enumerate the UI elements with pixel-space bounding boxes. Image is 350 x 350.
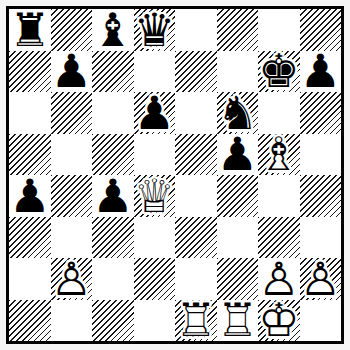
chess-board: ♜♜♝♝♛♛♟♟♚♚♟♟♟♟♞♞♟♟♝♗♟♟♟♟♛♕♟♙♟♙♟♙♜♖♜♖♚♔	[9, 9, 341, 341]
square-h1[interactable]	[300, 300, 342, 342]
square-f4[interactable]	[217, 175, 259, 217]
square-e6[interactable]	[175, 92, 217, 134]
black-rook-icon: ♜	[9, 9, 51, 51]
black-rook-halo: ♜	[9, 9, 51, 51]
square-g4[interactable]	[258, 175, 300, 217]
square-c8[interactable]: ♝♝	[92, 9, 134, 51]
square-e7[interactable]	[175, 51, 217, 93]
square-a8[interactable]: ♜♜	[9, 9, 51, 51]
square-b2[interactable]: ♟♙	[51, 258, 93, 300]
black-pawn-icon: ♟	[92, 175, 134, 217]
black-pawn-icon: ♟	[134, 92, 176, 134]
square-c4[interactable]: ♟♟	[92, 175, 134, 217]
black-knight-halo: ♞	[217, 92, 259, 134]
square-e4[interactable]	[175, 175, 217, 217]
square-g2[interactable]: ♟♙	[258, 258, 300, 300]
black-pawn-halo: ♟	[9, 175, 51, 217]
black-pawn-icon: ♟	[9, 175, 51, 217]
square-d6[interactable]: ♟♟	[134, 92, 176, 134]
square-c3[interactable]	[92, 217, 134, 259]
square-d3[interactable]	[134, 217, 176, 259]
white-king-icon: ♔	[258, 300, 300, 342]
square-a6[interactable]	[9, 92, 51, 134]
chess-board-frame: ♜♜♝♝♛♛♟♟♚♚♟♟♟♟♞♞♟♟♝♗♟♟♟♟♛♕♟♙♟♙♟♙♜♖♜♖♚♔	[6, 6, 344, 344]
white-rook-icon: ♖	[217, 300, 259, 342]
square-h7[interactable]: ♟♟	[300, 51, 342, 93]
square-b5[interactable]	[51, 134, 93, 176]
black-bishop-halo: ♝	[92, 9, 134, 51]
square-d1[interactable]	[134, 300, 176, 342]
white-pawn-icon: ♙	[300, 258, 342, 300]
black-pawn-halo: ♟	[134, 92, 176, 134]
square-h2[interactable]: ♟♙	[300, 258, 342, 300]
square-b4[interactable]	[51, 175, 93, 217]
white-rook-halo: ♜	[217, 300, 259, 342]
square-h5[interactable]	[300, 134, 342, 176]
square-c6[interactable]	[92, 92, 134, 134]
square-a5[interactable]	[9, 134, 51, 176]
black-pawn-halo: ♟	[51, 51, 93, 93]
black-pawn-icon: ♟	[300, 51, 342, 93]
black-knight-icon: ♞	[217, 92, 259, 134]
white-pawn-icon: ♙	[258, 258, 300, 300]
white-pawn-icon: ♙	[51, 258, 93, 300]
square-c1[interactable]	[92, 300, 134, 342]
square-a1[interactable]	[9, 300, 51, 342]
black-pawn-icon: ♟	[217, 134, 259, 176]
square-e2[interactable]	[175, 258, 217, 300]
square-e3[interactable]	[175, 217, 217, 259]
black-pawn-halo: ♟	[217, 134, 259, 176]
black-pawn-halo: ♟	[300, 51, 342, 93]
square-f7[interactable]	[217, 51, 259, 93]
square-c5[interactable]	[92, 134, 134, 176]
black-king-icon: ♚	[258, 51, 300, 93]
square-g7[interactable]: ♚♚	[258, 51, 300, 93]
square-f2[interactable]	[217, 258, 259, 300]
square-c2[interactable]	[92, 258, 134, 300]
square-f8[interactable]	[217, 9, 259, 51]
square-g1[interactable]: ♚♔	[258, 300, 300, 342]
square-f1[interactable]: ♜♖	[217, 300, 259, 342]
square-d2[interactable]	[134, 258, 176, 300]
square-g6[interactable]	[258, 92, 300, 134]
square-g8[interactable]	[258, 9, 300, 51]
square-a3[interactable]	[9, 217, 51, 259]
square-d8[interactable]: ♛♛	[134, 9, 176, 51]
square-h6[interactable]	[300, 92, 342, 134]
square-g5[interactable]: ♝♗	[258, 134, 300, 176]
square-b1[interactable]	[51, 300, 93, 342]
black-king-halo: ♚	[258, 51, 300, 93]
white-rook-halo: ♜	[175, 300, 217, 342]
square-e5[interactable]	[175, 134, 217, 176]
square-b7[interactable]: ♟♟	[51, 51, 93, 93]
black-pawn-halo: ♟	[92, 175, 134, 217]
square-a4[interactable]: ♟♟	[9, 175, 51, 217]
square-a2[interactable]	[9, 258, 51, 300]
square-h4[interactable]	[300, 175, 342, 217]
white-pawn-halo: ♟	[258, 258, 300, 300]
square-c7[interactable]	[92, 51, 134, 93]
white-pawn-halo: ♟	[51, 258, 93, 300]
white-king-halo: ♚	[258, 300, 300, 342]
square-d4[interactable]: ♛♕	[134, 175, 176, 217]
white-bishop-icon: ♗	[258, 134, 300, 176]
square-h8[interactable]	[300, 9, 342, 51]
square-g3[interactable]	[258, 217, 300, 259]
white-queen-icon: ♕	[134, 175, 176, 217]
white-pawn-halo: ♟	[300, 258, 342, 300]
square-e8[interactable]	[175, 9, 217, 51]
black-bishop-icon: ♝	[92, 9, 134, 51]
square-d5[interactable]	[134, 134, 176, 176]
square-b8[interactable]	[51, 9, 93, 51]
square-b6[interactable]	[51, 92, 93, 134]
square-f5[interactable]: ♟♟	[217, 134, 259, 176]
square-d7[interactable]	[134, 51, 176, 93]
black-queen-icon: ♛	[134, 9, 176, 51]
black-pawn-icon: ♟	[51, 51, 93, 93]
white-bishop-halo: ♝	[258, 134, 300, 176]
square-b3[interactable]	[51, 217, 93, 259]
square-f3[interactable]	[217, 217, 259, 259]
black-queen-halo: ♛	[134, 9, 176, 51]
white-queen-halo: ♛	[134, 175, 176, 217]
square-e1[interactable]: ♜♖	[175, 300, 217, 342]
square-a7[interactable]	[9, 51, 51, 93]
square-h3[interactable]	[300, 217, 342, 259]
white-rook-icon: ♖	[175, 300, 217, 342]
square-f6[interactable]: ♞♞	[217, 92, 259, 134]
